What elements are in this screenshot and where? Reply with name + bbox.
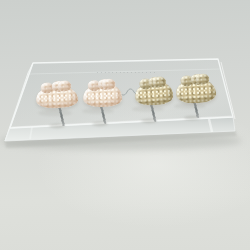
acrylic-block bbox=[0, 0, 250, 250]
gold-stud-4 bbox=[175, 78, 216, 104]
bead-texture bbox=[190, 73, 206, 85]
photo-canvas: ･ ･ ･ ･ ･ ･ ･ ･ ･ ･ ･ ･ ･ ･ ･ ･ bbox=[0, 0, 250, 250]
bead-texture bbox=[148, 76, 164, 88]
bead-texture bbox=[51, 81, 67, 93]
engraved-caption: ･ ･ ･ ･ ･ ･ ･ ･ ･ ･ ･ ･ ･ ･ ･ ･ bbox=[84, 70, 168, 75]
pearl-stud-1 bbox=[35, 85, 78, 109]
gold-stud-3 bbox=[134, 81, 174, 107]
pearl-stud-2 bbox=[83, 83, 123, 107]
bead-texture bbox=[97, 79, 112, 91]
